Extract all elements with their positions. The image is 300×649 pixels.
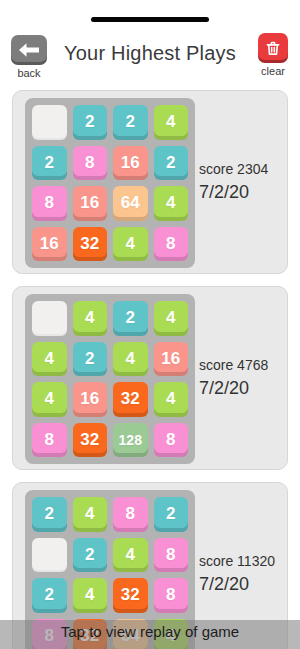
date-text: 7/2/20 — [199, 182, 268, 203]
tile-64: 64 — [113, 186, 148, 221]
tile-128: 128 — [113, 423, 148, 458]
tile-4: 4 — [113, 227, 148, 262]
tile-32: 32 — [73, 227, 108, 262]
tile-2: 2 — [73, 342, 108, 377]
tile-16: 16 — [154, 342, 189, 377]
tile-8: 8 — [154, 538, 189, 573]
play-panel[interactable]: 424424164163248321288 score 4768 7/2/20 — [12, 286, 288, 470]
tile-4: 4 — [154, 382, 189, 417]
tile-4: 4 — [154, 186, 189, 221]
tile-4: 4 — [73, 578, 108, 613]
tile-4: 4 — [73, 301, 108, 336]
tile-8: 8 — [32, 423, 67, 458]
tile-8: 8 — [154, 227, 189, 262]
tile-32: 32 — [73, 423, 108, 458]
play-meta: score 4768 7/2/20 — [199, 287, 268, 469]
back-button-label: back — [5, 67, 53, 79]
date-text: 7/2/20 — [199, 378, 268, 399]
tile-8: 8 — [32, 186, 67, 221]
play-panel[interactable]: 22428162816644163248 score 2304 7/2/20 — [12, 90, 288, 274]
replay-hint-bar: Tap to view replay of game — [0, 620, 300, 649]
tile-8: 8 — [113, 497, 148, 532]
tile-4: 4 — [154, 105, 189, 140]
tile-32: 32 — [113, 578, 148, 613]
empty-cell — [32, 538, 67, 573]
tile-2: 2 — [73, 538, 108, 573]
date-text: 7/2/20 — [199, 574, 275, 595]
score-text: score 2304 — [199, 161, 268, 177]
score-text: score 4768 — [199, 357, 268, 373]
tile-8: 8 — [154, 423, 189, 458]
tile-16: 16 — [73, 382, 108, 417]
score-text: score 11320 — [199, 553, 275, 569]
empty-cell — [32, 105, 67, 140]
tile-32: 32 — [113, 382, 148, 417]
home-indicator[interactable] — [91, 17, 209, 22]
tile-2: 2 — [154, 146, 189, 181]
tile-16: 16 — [73, 186, 108, 221]
tile-4: 4 — [113, 538, 148, 573]
game-board-2048: 22428162816644163248 — [25, 98, 195, 268]
clear-button-label: clear — [249, 65, 297, 77]
tile-4: 4 — [113, 342, 148, 377]
replay-hint-text: Tap to view replay of game — [0, 623, 300, 640]
header: back Your Highest Plays clear — [0, 0, 300, 90]
tile-2: 2 — [32, 578, 67, 613]
tile-4: 4 — [32, 342, 67, 377]
tile-2: 2 — [32, 146, 67, 181]
tile-8: 8 — [73, 146, 108, 181]
tile-16: 16 — [32, 227, 67, 262]
tile-4: 4 — [73, 497, 108, 532]
tile-2: 2 — [73, 105, 108, 140]
tile-8: 8 — [154, 578, 189, 613]
trash-icon — [265, 40, 281, 57]
empty-cell — [32, 301, 67, 336]
tile-2: 2 — [154, 497, 189, 532]
tile-2: 2 — [113, 301, 148, 336]
game-board-2048: 424424164163248321288 — [25, 294, 195, 464]
tile-4: 4 — [32, 382, 67, 417]
tile-4: 4 — [154, 301, 189, 336]
tile-2: 2 — [113, 105, 148, 140]
highest-plays-list: 22428162816644163248 score 2304 7/2/20 4… — [0, 90, 300, 649]
clear-button[interactable]: clear — [249, 33, 297, 77]
play-meta: score 2304 7/2/20 — [199, 91, 268, 273]
tile-2: 2 — [32, 497, 67, 532]
tile-16: 16 — [113, 146, 148, 181]
clear-button-face[interactable] — [258, 33, 288, 63]
